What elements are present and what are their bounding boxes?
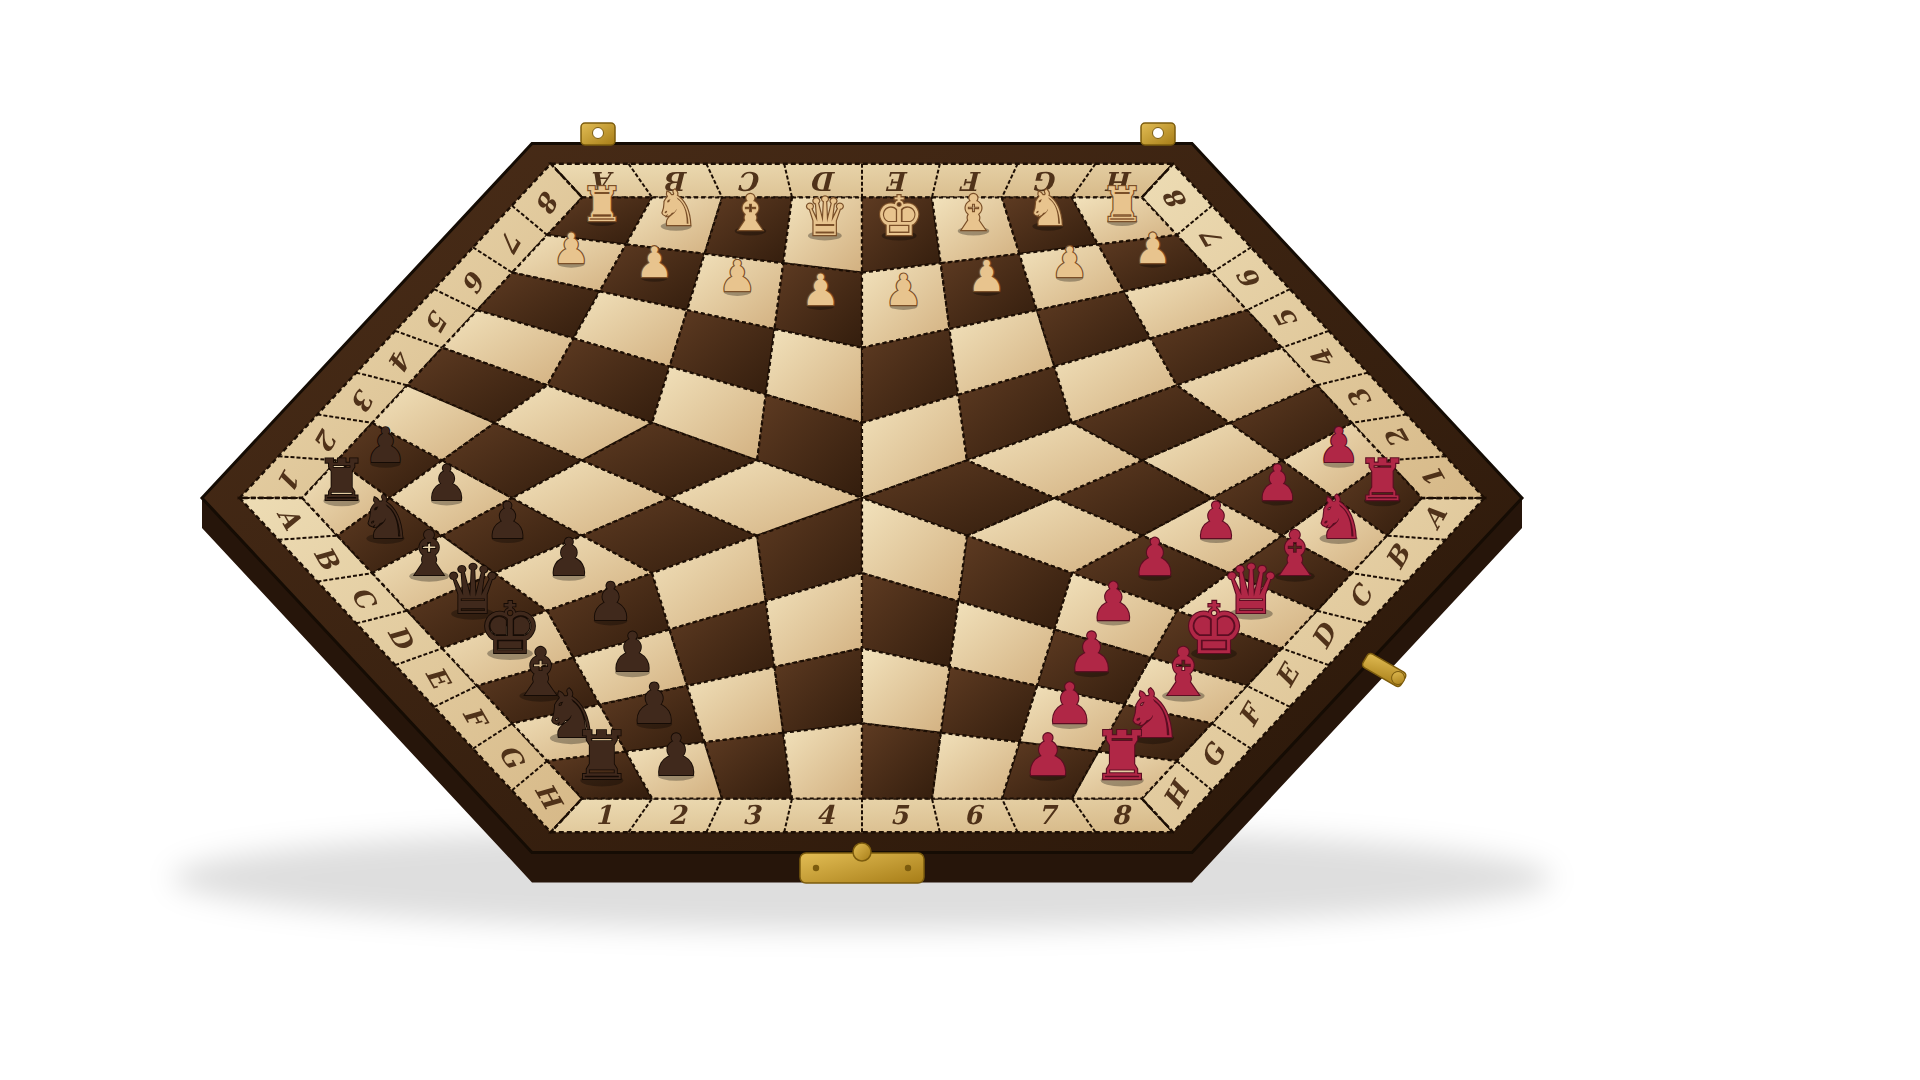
coord-label: 5 — [890, 800, 910, 830]
coordinate-band — [551, 164, 1173, 198]
piece-white-P: ♟ — [635, 238, 673, 287]
piece-white-P: ♟ — [1134, 224, 1171, 273]
piece-white-B: ♝ — [728, 184, 772, 242]
cell-black-H4 — [783, 723, 862, 798]
coordinate-band — [551, 799, 1173, 833]
piece-white-N: ♞ — [1026, 180, 1069, 236]
svg-text:♟: ♟ — [1134, 224, 1171, 273]
svg-text:♛: ♛ — [801, 186, 848, 247]
svg-text:♟: ♟ — [1255, 455, 1299, 512]
piece-white-Q: ♛ — [801, 186, 848, 247]
coord-label: 1 — [594, 800, 612, 830]
cell-red-H4 — [862, 723, 941, 798]
svg-text:♟: ♟ — [1317, 418, 1360, 473]
piece-white-B: ♝ — [951, 184, 995, 242]
piece-red-P: ♟ — [1132, 527, 1178, 587]
piece-black-P: ♟ — [425, 455, 469, 512]
svg-text:♟: ♟ — [650, 722, 701, 789]
piece-white-P: ♟ — [553, 224, 590, 273]
coord-label: 2 — [668, 800, 688, 830]
piece-black-P: ♟ — [364, 418, 407, 473]
svg-text:♟: ♟ — [801, 265, 840, 315]
svg-text:♞: ♞ — [1026, 180, 1069, 236]
piece-red-P: ♟ — [1022, 722, 1073, 789]
three-player-chess-board: ABCDEFGH12345678ABCDEFGH12345678ABCDEFGH… — [0, 0, 1920, 1080]
piece-white-K: ♚ — [875, 184, 924, 248]
brass-hinge-right — [1141, 123, 1175, 145]
svg-text:♝: ♝ — [951, 184, 995, 242]
svg-text:♟: ♟ — [718, 251, 756, 301]
svg-text:♟: ♟ — [1022, 722, 1073, 789]
svg-text:♝: ♝ — [728, 184, 772, 242]
svg-text:♟: ♟ — [1051, 238, 1089, 287]
piece-white-P: ♟ — [884, 265, 923, 315]
piece-red-P: ♟ — [1255, 455, 1299, 512]
svg-text:♟: ♟ — [968, 251, 1006, 301]
svg-text:♟: ♟ — [425, 455, 469, 512]
piece-red-R: ♜ — [1092, 717, 1152, 795]
piece-white-P: ♟ — [1051, 238, 1089, 287]
svg-text:♟: ♟ — [884, 265, 923, 315]
svg-text:♟: ♟ — [635, 238, 673, 287]
piece-black-P: ♟ — [485, 491, 530, 550]
piece-white-P: ♟ — [718, 251, 756, 301]
coord-label: 3 — [742, 800, 762, 830]
svg-text:♟: ♟ — [553, 224, 590, 273]
piece-black-P: ♟ — [650, 722, 701, 789]
svg-text:♟: ♟ — [546, 527, 592, 587]
piece-red-P: ♟ — [1194, 491, 1239, 550]
piece-white-N: ♞ — [654, 180, 697, 236]
coord-label: 6 — [964, 800, 985, 830]
coord-label: 8 — [1112, 800, 1133, 830]
svg-text:♟: ♟ — [1132, 527, 1178, 587]
piece-black-R: ♜ — [572, 717, 632, 795]
piece-white-P: ♟ — [968, 251, 1006, 301]
svg-text:♜: ♜ — [1092, 717, 1152, 795]
product-photo-scene: ABCDEFGH12345678ABCDEFGH12345678ABCDEFGH… — [0, 0, 1920, 1080]
svg-text:♚: ♚ — [875, 184, 924, 248]
piece-white-P: ♟ — [801, 265, 840, 315]
piece-black-P: ♟ — [546, 527, 592, 587]
brass-hinge-left — [581, 123, 615, 145]
svg-text:♞: ♞ — [654, 180, 697, 236]
piece-red-P: ♟ — [1317, 418, 1360, 473]
coord-label: 4 — [816, 800, 835, 830]
svg-text:♟: ♟ — [364, 418, 407, 473]
svg-text:♟: ♟ — [1194, 491, 1239, 550]
coord-label: 7 — [1038, 800, 1059, 830]
svg-text:♟: ♟ — [485, 491, 530, 550]
svg-text:♜: ♜ — [572, 717, 632, 795]
